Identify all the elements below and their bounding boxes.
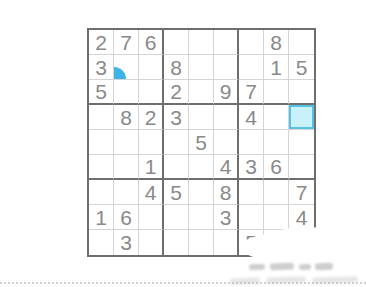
cell-r5c7[interactable] (239, 130, 264, 155)
watermark-smudge (315, 263, 333, 271)
cell-r5c3[interactable] (139, 130, 164, 155)
watermark-smudge (230, 277, 260, 284)
cell-r2c6[interactable] (214, 55, 239, 80)
cell-r4c8[interactable] (264, 105, 289, 130)
watermark-smudge (299, 264, 311, 270)
corner-marker-icon (114, 67, 126, 79)
cell-r5c1[interactable] (89, 130, 114, 155)
cell-r9c5[interactable] (189, 230, 214, 255)
cell-r4c1[interactable] (89, 105, 114, 130)
cell-r1c1[interactable]: 2 (89, 30, 114, 55)
cell-r1c9[interactable] (289, 30, 314, 55)
cell-r1c4[interactable] (164, 30, 189, 55)
cell-r2c2[interactable] (114, 55, 139, 80)
cell-r4c3[interactable]: 2 (139, 105, 164, 130)
cell-r9c2[interactable]: 3 (114, 230, 139, 255)
cell-r7c3[interactable]: 4 (139, 180, 164, 205)
cell-r5c2[interactable] (114, 130, 139, 155)
cell-r5c6[interactable] (214, 130, 239, 155)
cell-r6c8[interactable]: 6 (264, 155, 289, 180)
cell-r3c7[interactable]: 7 (239, 80, 264, 105)
cell-r1c6[interactable] (214, 30, 239, 55)
cell-r4c9[interactable] (289, 105, 314, 130)
cell-r5c9[interactable] (289, 130, 314, 155)
cell-r7c8[interactable] (264, 180, 289, 205)
watermark-smudge (249, 264, 265, 271)
cell-r6c7[interactable]: 3 (239, 155, 264, 180)
cell-r2c5[interactable] (189, 55, 214, 80)
cell-r4c4[interactable]: 3 (164, 105, 189, 130)
cell-r9c3[interactable] (139, 230, 164, 255)
dotted-separator (0, 282, 366, 284)
cell-r1c5[interactable] (189, 30, 214, 55)
cell-r4c2[interactable]: 8 (114, 105, 139, 130)
cell-r5c4[interactable] (164, 130, 189, 155)
cell-r1c8[interactable]: 8 (264, 30, 289, 55)
cell-r9c6[interactable] (214, 230, 239, 255)
cell-r8c5[interactable] (189, 205, 214, 230)
cell-r3c3[interactable] (139, 80, 164, 105)
cell-r6c4[interactable] (164, 155, 189, 180)
cell-r8c7[interactable] (239, 205, 264, 230)
cell-r3c1[interactable]: 5 (89, 80, 114, 105)
cell-r6c3[interactable]: 1 (139, 155, 164, 180)
cell-r7c9[interactable]: 7 (289, 180, 314, 205)
cell-r6c9[interactable] (289, 155, 314, 180)
cell-r7c2[interactable] (114, 180, 139, 205)
cell-r4c7[interactable]: 4 (239, 105, 264, 130)
cell-r8c8[interactable] (264, 205, 289, 230)
cell-r1c7[interactable] (239, 30, 264, 55)
cell-r3c4[interactable]: 2 (164, 80, 189, 105)
cell-r9c4[interactable] (164, 230, 189, 255)
cell-r3c9[interactable] (289, 80, 314, 105)
cell-r7c4[interactable]: 5 (164, 180, 189, 205)
cell-r2c3[interactable] (139, 55, 164, 80)
cell-r3c5[interactable] (189, 80, 214, 105)
sudoku-screenshot: 2768381552978234514364587163435 (0, 0, 366, 287)
cell-r8c6[interactable]: 3 (214, 205, 239, 230)
cell-r6c6[interactable]: 4 (214, 155, 239, 180)
cell-r4c5[interactable] (189, 105, 214, 130)
cell-r3c8[interactable] (264, 80, 289, 105)
cell-r6c1[interactable] (89, 155, 114, 180)
cell-r7c7[interactable] (239, 180, 264, 205)
cell-r6c5[interactable] (189, 155, 214, 180)
cell-r3c2[interactable] (114, 80, 139, 105)
cell-r3c6[interactable]: 9 (214, 80, 239, 105)
cell-r1c2[interactable]: 7 (114, 30, 139, 55)
watermark-smudge (270, 263, 294, 271)
cell-r4c6[interactable] (214, 105, 239, 130)
cell-r5c5[interactable]: 5 (189, 130, 214, 155)
cell-r7c6[interactable]: 8 (214, 180, 239, 205)
cell-r2c1[interactable]: 3 (89, 55, 114, 80)
cell-r6c2[interactable] (114, 155, 139, 180)
cell-r8c4[interactable] (164, 205, 189, 230)
cell-r7c5[interactable] (189, 180, 214, 205)
cell-r2c7[interactable] (239, 55, 264, 80)
cell-r9c1[interactable] (89, 230, 114, 255)
cell-r2c4[interactable]: 8 (164, 55, 189, 80)
cell-r2c8[interactable]: 1 (264, 55, 289, 80)
cell-r2c9[interactable]: 5 (289, 55, 314, 80)
cell-r8c1[interactable]: 1 (89, 205, 114, 230)
cell-r8c3[interactable] (139, 205, 164, 230)
cell-r1c3[interactable]: 6 (139, 30, 164, 55)
sudoku-board: 2768381552978234514364587163435 (87, 28, 316, 257)
cell-r7c1[interactable] (89, 180, 114, 205)
cell-r8c2[interactable]: 6 (114, 205, 139, 230)
cell-r5c8[interactable] (264, 130, 289, 155)
